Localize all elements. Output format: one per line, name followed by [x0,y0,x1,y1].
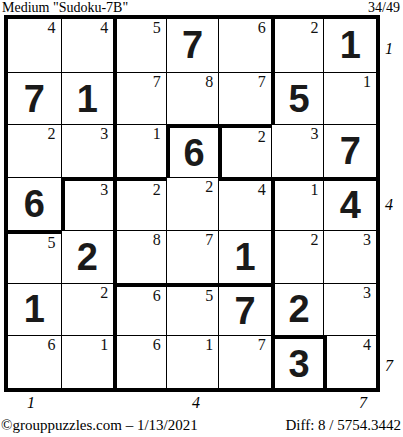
big-digit: 7 [234,292,255,330]
cell-r2c3[interactable]: 7 [113,72,166,125]
small-digit: 7 [205,231,213,249]
cell-r5c5[interactable]: 1 [218,230,271,283]
copyright-text: ©grouppuzzles.com – 1/13/2021 [1,417,198,434]
small-digit: 2 [310,19,318,37]
small-digit: 5 [48,234,56,252]
big-digit: 6 [24,185,45,223]
progress-counter: 34/49 [368,0,400,16]
small-digit: 1 [205,336,213,354]
cell-r5c7[interactable]: 3 [323,230,376,283]
cell-r6c2[interactable]: 2 [61,283,114,336]
cell-r1c4[interactable]: 7 [166,19,219,72]
cell-r1c5[interactable]: 6 [218,19,271,72]
cell-r3c2[interactable]: 3 [61,124,114,177]
small-digit: 8 [153,231,161,249]
small-digit: 6 [48,336,56,354]
small-digit: 6 [153,336,161,354]
big-digit: 1 [340,26,361,64]
small-digit: 1 [100,336,108,354]
cell-r5c3[interactable]: 8 [113,230,166,283]
col-label-4: 4 [192,395,200,411]
row-label-1: 1 [385,41,393,57]
cell-r3c7[interactable]: 7 [323,124,376,177]
cell-r1c6[interactable]: 2 [271,19,324,72]
small-digit: 3 [100,125,108,143]
cell-r5c2[interactable]: 2 [61,230,114,283]
col-label-7: 7 [359,395,367,411]
small-digit: 5 [205,287,213,305]
col-label-1: 1 [27,395,35,411]
small-digit: 4 [363,336,371,354]
big-digit: 1 [77,80,98,118]
cell-r6c4[interactable]: 5 [166,283,219,336]
cell-r7c1[interactable]: 6 [8,335,61,388]
cell-r5c4[interactable]: 7 [166,230,219,283]
big-digit: 6 [183,134,204,172]
big-digit: 7 [24,80,45,118]
cell-r4c2[interactable]: 3 [61,177,114,230]
cell-r7c3[interactable]: 6 [113,335,166,388]
big-digit: 5 [289,80,310,118]
small-digit: 5 [153,19,161,37]
small-digit: 7 [258,336,266,354]
cell-r2c6[interactable]: 5 [271,72,324,125]
small-digit: 1 [153,125,161,143]
small-digit: 1 [310,181,318,199]
cell-r6c1[interactable]: 1 [8,283,61,336]
cell-r1c1[interactable]: 4 [8,19,61,72]
row-label-7: 7 [385,358,393,374]
big-digit: 4 [340,186,361,224]
big-digit: 2 [77,238,98,276]
small-digit: 2 [153,181,161,199]
page-title: Medium "Sudoku-7B" [2,0,128,16]
cell-r7c6[interactable]: 3 [271,335,324,388]
cell-r6c5[interactable]: 7 [218,283,271,336]
cell-r5c6[interactable]: 2 [271,230,324,283]
cell-r6c7[interactable]: 3 [323,283,376,336]
small-digit: 2 [48,125,56,143]
cell-r2c7[interactable]: 1 [323,72,376,125]
cell-r3c6[interactable]: 3 [271,124,324,177]
cell-r3c3[interactable]: 1 [113,124,166,177]
big-digit: 1 [234,238,255,276]
cell-r5c1[interactable]: 5 [8,230,61,283]
big-digit: 7 [182,26,203,64]
cell-r4c4[interactable]: 2 [166,177,219,230]
cell-r6c3[interactable]: 6 [113,283,166,336]
big-digit: 3 [289,345,310,383]
small-digit: 3 [310,125,318,143]
cell-r1c7[interactable]: 1 [323,19,376,72]
small-digit: 2 [205,178,213,196]
small-digit: 6 [153,287,161,305]
small-digit: 4 [100,19,108,37]
cell-r4c1[interactable]: 6 [8,177,61,230]
sudoku-grid: 4457621717875123162376322414528712312657… [4,15,380,392]
cell-r1c2[interactable]: 4 [61,19,114,72]
cell-r7c7[interactable]: 4 [323,335,376,388]
small-digit: 3 [100,181,108,199]
small-digit: 1 [363,73,371,91]
small-digit: 3 [363,231,371,249]
cell-r4c7[interactable]: 4 [323,177,376,230]
cell-r7c2[interactable]: 1 [61,335,114,388]
small-digit: 2 [100,284,108,302]
cell-r7c5[interactable]: 7 [218,335,271,388]
small-digit: 2 [310,231,318,249]
cell-r4c5[interactable]: 4 [218,177,271,230]
row-label-4: 4 [385,197,393,213]
cell-r2c4[interactable]: 8 [166,72,219,125]
big-digit: 7 [340,132,361,170]
small-digit: 8 [205,73,213,91]
small-digit: 2 [258,128,266,146]
cell-r6c6[interactable]: 2 [271,283,324,336]
cell-r2c2[interactable]: 1 [61,72,114,125]
small-digit: 3 [363,284,371,302]
cell-r4c6[interactable]: 1 [271,177,324,230]
small-digit: 4 [258,181,266,199]
small-digit: 7 [153,73,161,91]
cell-r3c5[interactable]: 2 [218,124,271,177]
small-digit: 7 [258,73,266,91]
cell-r1c3[interactable]: 5 [113,19,166,72]
cell-r7c4[interactable]: 1 [166,335,219,388]
cell-r2c1[interactable]: 7 [8,72,61,125]
cell-r3c1[interactable]: 2 [8,124,61,177]
difficulty-text: Diff: 8 / 5754.3442 [285,417,401,434]
big-digit: 2 [289,290,310,328]
cell-r3c4[interactable]: 6 [166,124,219,177]
small-digit: 4 [48,19,56,37]
cell-r2c5[interactable]: 7 [218,72,271,125]
cell-r4c3[interactable]: 2 [113,177,166,230]
small-digit: 6 [258,19,266,37]
big-digit: 1 [24,290,45,328]
